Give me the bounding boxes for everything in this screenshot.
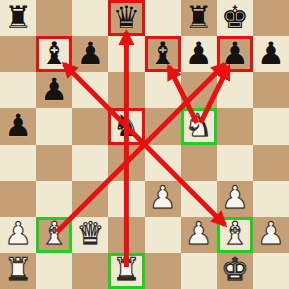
- square-c5[interactable]: [72, 108, 108, 144]
- square-d3[interactable]: [108, 181, 144, 217]
- piece-white-bishop: ♝: [221, 218, 249, 249]
- square-c7[interactable]: ♟: [72, 36, 108, 72]
- piece-black-rook: ♜: [4, 2, 32, 33]
- piece-white-rook: ♜: [113, 254, 141, 285]
- square-g7[interactable]: ♟: [217, 36, 253, 72]
- square-a5[interactable]: ♟: [0, 108, 36, 144]
- square-e1[interactable]: [145, 253, 181, 289]
- piece-black-pawn: ♟: [185, 38, 213, 69]
- square-e5[interactable]: [145, 108, 181, 144]
- square-f2[interactable]: ♟: [181, 217, 217, 253]
- square-f5[interactable]: ♞: [181, 108, 217, 144]
- square-a8[interactable]: ♜: [0, 0, 36, 36]
- piece-black-king: ♚: [221, 2, 249, 33]
- square-e8[interactable]: [145, 0, 181, 36]
- piece-black-rook: ♜: [185, 2, 213, 33]
- piece-white-pawn: ♟: [221, 182, 249, 213]
- square-c4[interactable]: [72, 145, 108, 181]
- square-h8[interactable]: [253, 0, 289, 36]
- square-d2[interactable]: [108, 217, 144, 253]
- square-e2[interactable]: [145, 217, 181, 253]
- square-b7[interactable]: ♝: [36, 36, 72, 72]
- square-a1[interactable]: ♜: [0, 253, 36, 289]
- square-d1[interactable]: ♜: [108, 253, 144, 289]
- square-g2[interactable]: ♝: [217, 217, 253, 253]
- piece-black-pawn: ♟: [257, 38, 285, 69]
- piece-white-pawn: ♟: [257, 218, 285, 249]
- square-a6[interactable]: [0, 72, 36, 108]
- square-d5[interactable]: ♞: [108, 108, 144, 144]
- square-b3[interactable]: [36, 181, 72, 217]
- square-e3[interactable]: ♟: [145, 181, 181, 217]
- piece-white-pawn: ♟: [185, 218, 213, 249]
- square-f1[interactable]: [181, 253, 217, 289]
- square-h2[interactable]: ♟: [253, 217, 289, 253]
- square-b5[interactable]: [36, 108, 72, 144]
- chess-board: ♜♛♜♚♝♟♝♟♟♟♟♟♞♞♟♟♟♝♛♟♝♟♜♜♚: [0, 0, 289, 289]
- square-f6[interactable]: [181, 72, 217, 108]
- square-c1[interactable]: [72, 253, 108, 289]
- piece-black-pawn: ♟: [4, 110, 32, 141]
- piece-black-pawn: ♟: [76, 38, 104, 69]
- piece-white-queen: ♛: [76, 218, 104, 249]
- square-h3[interactable]: [253, 181, 289, 217]
- square-a4[interactable]: [0, 145, 36, 181]
- square-b2[interactable]: ♝: [36, 217, 72, 253]
- square-h5[interactable]: [253, 108, 289, 144]
- square-h1[interactable]: [253, 253, 289, 289]
- square-b1[interactable]: [36, 253, 72, 289]
- square-g8[interactable]: ♚: [217, 0, 253, 36]
- piece-black-bishop: ♝: [40, 38, 68, 69]
- piece-white-knight: ♞: [185, 110, 213, 141]
- square-a7[interactable]: [0, 36, 36, 72]
- square-g6[interactable]: [217, 72, 253, 108]
- square-e6[interactable]: [145, 72, 181, 108]
- square-d4[interactable]: [108, 145, 144, 181]
- square-e7[interactable]: ♝: [145, 36, 181, 72]
- piece-white-king: ♚: [221, 254, 249, 285]
- square-c3[interactable]: [72, 181, 108, 217]
- square-d6[interactable]: [108, 72, 144, 108]
- square-a2[interactable]: ♟: [0, 217, 36, 253]
- piece-black-knight: ♞: [113, 110, 141, 141]
- chess-app: ♜♛♜♚♝♟♝♟♟♟♟♟♞♞♟♟♟♝♛♟♝♟♜♜♚: [0, 0, 289, 289]
- square-g4[interactable]: [217, 145, 253, 181]
- piece-black-queen: ♛: [113, 2, 141, 33]
- piece-white-rook: ♜: [4, 254, 32, 285]
- piece-black-pawn: ♟: [40, 74, 68, 105]
- square-g1[interactable]: ♚: [217, 253, 253, 289]
- square-d8[interactable]: ♛: [108, 0, 144, 36]
- piece-black-bishop: ♝: [149, 38, 177, 69]
- square-c2[interactable]: ♛: [72, 217, 108, 253]
- square-b4[interactable]: [36, 145, 72, 181]
- square-b8[interactable]: [36, 0, 72, 36]
- square-b6[interactable]: ♟: [36, 72, 72, 108]
- square-d7[interactable]: [108, 36, 144, 72]
- square-f3[interactable]: [181, 181, 217, 217]
- square-f4[interactable]: [181, 145, 217, 181]
- square-h4[interactable]: [253, 145, 289, 181]
- square-c6[interactable]: [72, 72, 108, 108]
- square-h7[interactable]: ♟: [253, 36, 289, 72]
- square-g3[interactable]: ♟: [217, 181, 253, 217]
- square-c8[interactable]: [72, 0, 108, 36]
- piece-white-pawn: ♟: [4, 218, 32, 249]
- square-g5[interactable]: [217, 108, 253, 144]
- piece-white-pawn: ♟: [149, 182, 177, 213]
- square-f8[interactable]: ♜: [181, 0, 217, 36]
- piece-white-bishop: ♝: [40, 218, 68, 249]
- square-h6[interactable]: [253, 72, 289, 108]
- piece-black-pawn: ♟: [221, 38, 249, 69]
- square-e4[interactable]: [145, 145, 181, 181]
- square-a3[interactable]: [0, 181, 36, 217]
- square-f7[interactable]: ♟: [181, 36, 217, 72]
